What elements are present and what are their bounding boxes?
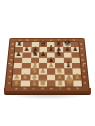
coord-label: h [73,86,82,91]
coord-label: 1 [81,80,88,86]
piece-white-rook[interactable]: ♜ [56,79,65,87]
board-3d: abcdefgh abcdefgh 87654321 87654321 ♜♛♜♚… [4,38,90,92]
square-f1[interactable]: ♜ [56,80,65,86]
piece-black-knight[interactable]: ♞ [31,50,39,58]
chess-board: ♜♛♜♚♟♟♝♟♟♟♟♞♟♞♟♝♟♝♞♟♞♟♟♟♟♟♟♜♝♛♜♚ [12,42,82,86]
square-e4[interactable]: ♟ [47,63,55,69]
piece-white-bishop[interactable]: ♝ [30,78,39,87]
square-f5[interactable] [55,58,63,63]
piece-black-knight[interactable]: ♞ [55,50,63,58]
coord-label: e [47,86,56,91]
piece-black-pawn[interactable]: ♟ [71,46,79,52]
piece-white-king[interactable]: ♚ [64,76,73,86]
square-b1[interactable] [21,80,30,86]
square-a6[interactable]: ♟ [14,52,22,57]
piece-white-queen[interactable]: ♛ [38,77,47,87]
coord-label: f [56,86,65,91]
piece-black-pawn[interactable]: ♟ [14,51,22,57]
piece-white-pawn[interactable]: ♟ [21,74,30,81]
square-b6[interactable] [23,52,31,57]
piece-black-pawn[interactable]: ♟ [63,46,71,52]
piece-black-queen[interactable]: ♛ [39,38,47,47]
board-frame: abcdefgh abcdefgh 87654321 87654321 ♜♛♜♚… [4,38,90,92]
square-d5[interactable] [39,58,47,63]
piece-white-pawn[interactable]: ♟ [39,68,47,74]
chess-set-product-photo: abcdefgh abcdefgh 87654321 87654321 ♜♛♜♚… [0,0,95,126]
square-b5[interactable] [22,58,30,63]
square-e1[interactable] [47,80,56,86]
coord-label: c [29,86,38,91]
square-e2[interactable] [47,74,56,80]
coord-label: g [64,86,73,91]
square-g7[interactable]: ♟ [63,47,71,52]
square-d1[interactable]: ♛ [38,80,47,86]
square-g4[interactable]: ♝ [64,63,73,69]
square-b2[interactable]: ♟ [21,74,30,80]
square-h5[interactable] [71,58,80,63]
piece-black-pawn[interactable]: ♟ [39,51,47,57]
square-g1[interactable]: ♚ [64,80,73,86]
square-a1[interactable]: ♜ [12,80,21,86]
coord-label: b [20,86,29,91]
square-f6[interactable]: ♞ [55,52,63,57]
piece-black-pawn[interactable]: ♟ [23,46,31,52]
square-h7[interactable]: ♟ [71,47,79,52]
coord-label: d [38,86,47,91]
square-d6[interactable]: ♟ [39,52,47,57]
file-labels-bottom: abcdefgh [12,86,83,91]
square-c6[interactable]: ♞ [31,52,39,57]
piece-black-bishop[interactable]: ♝ [64,60,72,68]
square-a5[interactable] [14,58,23,63]
square-d8[interactable]: ♛ [39,42,47,47]
square-d3[interactable]: ♟ [39,69,47,75]
square-e3[interactable] [47,69,55,75]
piece-white-pawn[interactable]: ♟ [47,62,55,68]
square-c1[interactable]: ♝ [30,80,39,86]
square-h6[interactable] [71,52,79,57]
square-b7[interactable]: ♟ [23,47,31,52]
coord-label: a [12,86,21,91]
piece-white-rook[interactable]: ♜ [12,79,21,87]
